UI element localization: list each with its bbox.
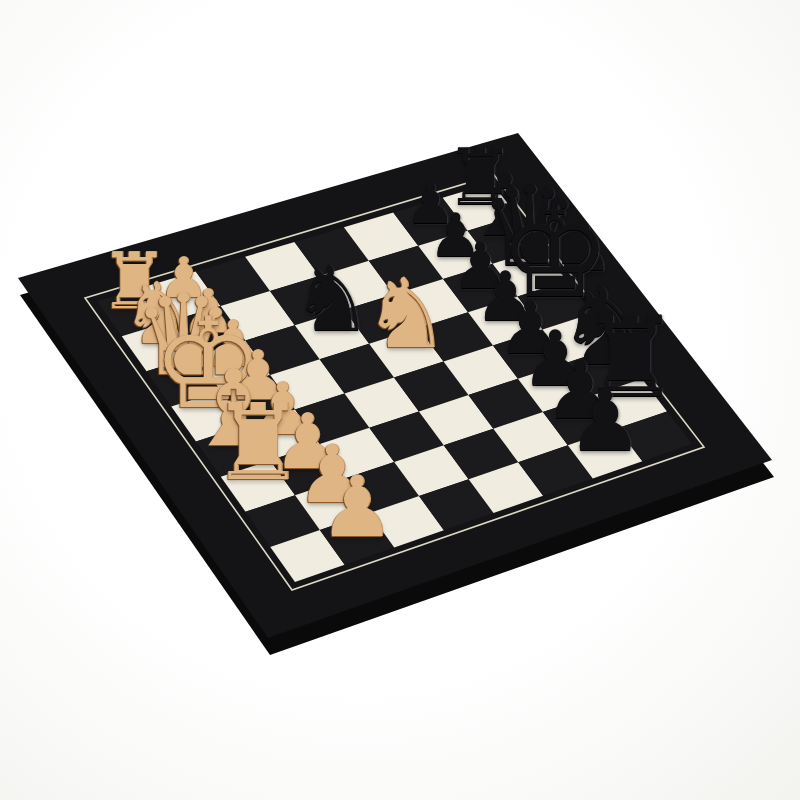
piece-white-knight-e5[interactable]: ♞: [363, 266, 450, 363]
piece-black-pawn-g1[interactable]: ♟: [567, 379, 643, 463]
piece-black-knight-d6[interactable]: ♞: [291, 254, 372, 345]
photo-background: ♜♟♟♜♞♟♟♝♛♟♞♟♛♟♚♟♞♟♚♝♟♟♜♟♟♞♟♟♜♟♟: [0, 0, 800, 800]
chess-board[interactable]: [0, 0, 800, 800]
piece-white-pawn-b1[interactable]: ♟: [319, 464, 395, 548]
